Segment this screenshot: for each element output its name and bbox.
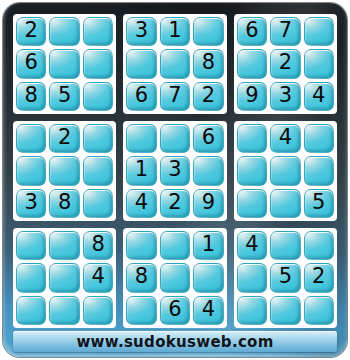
cell-r5c6[interactable] [193,156,223,185]
board-frame: 268531867267293423861342945841864452 www… [3,3,347,357]
given-digit: 6 [168,299,181,320]
website-link[interactable]: www.sudokusweb.com [76,333,273,351]
cell-r5c3[interactable] [83,156,113,185]
given-digit: 2 [58,127,71,148]
cell-r2c8[interactable]: 2 [270,49,300,78]
cell-r8c6[interactable] [193,263,223,292]
given-digit: 2 [202,85,215,106]
cell-r7c7[interactable]: 4 [237,231,267,260]
cell-r7c3[interactable]: 8 [83,231,113,260]
given-digit: 7 [279,20,292,41]
cell-r7c5[interactable] [160,231,190,260]
block-r1c2: 318672 [123,14,226,114]
cell-r3c3[interactable] [83,82,113,111]
cell-r4c4[interactable] [126,124,156,153]
cell-r6c4[interactable]: 4 [126,189,156,218]
cell-r6c1[interactable]: 3 [16,189,46,218]
sudoku-app: 268531867267293423861342945841864452 www… [0,0,350,360]
given-digit: 2 [168,192,181,213]
given-digit: 2 [25,20,38,41]
cell-r4c6[interactable]: 6 [193,124,223,153]
cell-r3c6[interactable]: 2 [193,82,223,111]
given-digit: 1 [202,234,215,255]
cell-r7c9[interactable] [304,231,334,260]
cell-r9c4[interactable] [126,296,156,325]
block-r2c1: 238 [13,121,116,221]
cell-r5c4[interactable]: 1 [126,156,156,185]
cell-r9c8[interactable] [270,296,300,325]
cell-r1c5[interactable]: 1 [160,17,190,46]
given-digit: 1 [135,159,148,180]
cell-r9c6[interactable]: 4 [193,296,223,325]
given-digit: 8 [202,52,215,73]
cell-r4c9[interactable] [304,124,334,153]
cell-r8c2[interactable] [49,263,79,292]
cell-r4c7[interactable] [237,124,267,153]
cell-r4c8[interactable]: 4 [270,124,300,153]
cell-r9c7[interactable] [237,296,267,325]
cell-r1c3[interactable] [83,17,113,46]
cell-r7c6[interactable]: 1 [193,231,223,260]
cell-r9c5[interactable]: 6 [160,296,190,325]
given-digit: 9 [202,192,215,213]
cell-r8c8[interactable]: 5 [270,263,300,292]
block-r2c3: 45 [234,121,337,221]
cell-r9c2[interactable] [49,296,79,325]
given-digit: 6 [135,85,148,106]
given-digit: 3 [25,192,38,213]
block-r3c2: 1864 [123,228,226,328]
cell-r8c9[interactable]: 2 [304,263,334,292]
cell-r1c1[interactable]: 2 [16,17,46,46]
given-digit: 5 [279,266,292,287]
cell-r4c3[interactable] [83,124,113,153]
cell-r3c1[interactable]: 8 [16,82,46,111]
cell-r1c2[interactable] [49,17,79,46]
cell-r1c6[interactable] [193,17,223,46]
block-r3c1: 84 [13,228,116,328]
cell-r3c5[interactable]: 7 [160,82,190,111]
cell-r2c7[interactable] [237,49,267,78]
given-digit: 5 [312,192,325,213]
cell-r9c9[interactable] [304,296,334,325]
cell-r3c4[interactable]: 6 [126,82,156,111]
cell-r3c8[interactable]: 3 [270,82,300,111]
cell-r7c8[interactable] [270,231,300,260]
cell-r5c9[interactable] [304,156,334,185]
cell-r6c9[interactable]: 5 [304,189,334,218]
cell-r2c3[interactable] [83,49,113,78]
given-digit: 2 [312,266,325,287]
given-digit: 2 [279,52,292,73]
block-r3c3: 452 [234,228,337,328]
cell-r7c4[interactable] [126,231,156,260]
cell-r8c1[interactable] [16,263,46,292]
given-digit: 8 [91,234,104,255]
cell-r2c5[interactable] [160,49,190,78]
sudoku-board: 268531867267293423861342945841864452 [13,14,337,328]
cell-r9c3[interactable] [83,296,113,325]
cell-r1c8[interactable]: 7 [270,17,300,46]
cell-r6c5[interactable]: 2 [160,189,190,218]
given-digit: 8 [58,192,71,213]
block-r1c1: 2685 [13,14,116,114]
cell-r2c2[interactable] [49,49,79,78]
given-digit: 3 [168,159,181,180]
cell-r8c4[interactable]: 8 [126,263,156,292]
cell-r2c6[interactable]: 8 [193,49,223,78]
given-digit: 4 [91,266,104,287]
block-r2c2: 613429 [123,121,226,221]
given-digit: 4 [279,127,292,148]
cell-r5c7[interactable] [237,156,267,185]
cell-r1c4[interactable]: 3 [126,17,156,46]
given-digit: 1 [168,20,181,41]
block-r1c3: 672934 [234,14,337,114]
given-digit: 4 [245,234,258,255]
given-digit: 5 [58,85,71,106]
given-digit: 8 [25,85,38,106]
cell-r3c2[interactable]: 5 [49,82,79,111]
cell-r3c9[interactable]: 4 [304,82,334,111]
cell-r4c5[interactable] [160,124,190,153]
cell-r3c7[interactable]: 9 [237,82,267,111]
cell-r5c1[interactable] [16,156,46,185]
cell-r5c5[interactable]: 3 [160,156,190,185]
cell-r2c4[interactable] [126,49,156,78]
cell-r7c1[interactable] [16,231,46,260]
cell-r6c6[interactable]: 9 [193,189,223,218]
cell-r8c3[interactable]: 4 [83,263,113,292]
cell-r6c7[interactable] [237,189,267,218]
given-digit: 4 [202,299,215,320]
cell-r7c2[interactable] [49,231,79,260]
footer-bar: www.sudokusweb.com [13,331,337,352]
given-digit: 3 [135,20,148,41]
cell-r6c3[interactable] [83,189,113,218]
given-digit: 6 [25,52,38,73]
given-digit: 7 [168,85,181,106]
cell-r5c2[interactable] [49,156,79,185]
cell-r4c2[interactable]: 2 [49,124,79,153]
given-digit: 3 [279,85,292,106]
cell-r2c1[interactable]: 6 [16,49,46,78]
cell-r5c8[interactable] [270,156,300,185]
given-digit: 4 [312,85,325,106]
given-digit: 4 [135,192,148,213]
cell-r4c1[interactable] [16,124,46,153]
given-digit: 8 [135,266,148,287]
cell-r6c8[interactable] [270,189,300,218]
cell-r8c7[interactable] [237,263,267,292]
cell-r6c2[interactable]: 8 [49,189,79,218]
cell-r1c7[interactable]: 6 [237,17,267,46]
given-digit: 9 [245,85,258,106]
cell-r8c5[interactable] [160,263,190,292]
cell-r2c9[interactable] [304,49,334,78]
cell-r1c9[interactable] [304,17,334,46]
given-digit: 6 [202,127,215,148]
cell-r9c1[interactable] [16,296,46,325]
given-digit: 6 [245,20,258,41]
